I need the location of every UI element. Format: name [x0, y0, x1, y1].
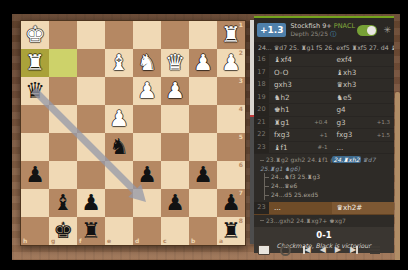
move-eval: +1.5: [377, 132, 394, 138]
black-knight[interactable]: ♞: [105, 133, 133, 161]
current-variation-move[interactable]: 24.♜xh2: [332, 156, 360, 163]
square-f1[interactable]: [77, 21, 105, 49]
square-b3[interactable]: [189, 77, 217, 105]
move-number: 17: [254, 67, 269, 79]
bottom-toolbar: ◀ ◀ ▶ ▶: [254, 242, 394, 258]
white-move[interactable]: O-O: [269, 68, 332, 77]
file-label: e: [107, 238, 111, 244]
rank-label: 5: [239, 134, 243, 140]
engine-name: Stockfish 9+ PNACL: [290, 22, 353, 30]
square-a1[interactable]: ♜1: [217, 21, 245, 49]
white-move[interactable]: ♞h2: [269, 93, 332, 102]
square-f5[interactable]: [77, 133, 105, 161]
square-c7[interactable]: ♟: [161, 189, 189, 217]
black-move[interactable]: ♛xh2#: [332, 202, 395, 214]
square-b1[interactable]: [189, 21, 217, 49]
square-a4[interactable]: 4: [217, 105, 245, 133]
square-e4[interactable]: ♟: [105, 105, 133, 133]
square-e8[interactable]: e: [105, 217, 133, 245]
square-b2[interactable]: ♟: [189, 49, 217, 77]
previous-move-icon[interactable]: ◀: [320, 246, 326, 254]
square-a3[interactable]: 3: [217, 77, 245, 105]
white-move[interactable]: ♜g1+0.4: [269, 118, 332, 127]
white-queen[interactable]: ♛: [161, 49, 189, 77]
black-pawn[interactable]: ♟: [189, 161, 217, 189]
move-row: 21♜g1+0.4g3+1.3: [254, 117, 394, 130]
square-c3[interactable]: ♟: [161, 77, 189, 105]
square-f6[interactable]: [77, 161, 105, 189]
move-number: 16: [254, 54, 269, 66]
square-g6[interactable]: [49, 161, 77, 189]
move-eval: +1: [319, 132, 331, 138]
file-label: c: [163, 238, 167, 244]
engine-badge: PNACL: [334, 22, 355, 30]
white-pawn[interactable]: ♟: [133, 77, 161, 105]
white-move[interactable]: ♝xf4: [269, 55, 332, 64]
square-a8[interactable]: ♜8a: [217, 217, 245, 245]
variation-branch[interactable]: 24...♛e6: [265, 182, 391, 191]
move-eval: #-1: [317, 144, 331, 150]
white-king[interactable]: ♚: [21, 21, 49, 49]
square-a6[interactable]: 6: [217, 161, 245, 189]
square-h7[interactable]: [21, 189, 49, 217]
square-d7[interactable]: [133, 189, 161, 217]
rank-label: 4: [239, 106, 243, 112]
square-e3[interactable]: [105, 77, 133, 105]
move-row: 23...♛xh2#: [254, 202, 394, 215]
first-move-icon[interactable]: ◀: [303, 246, 311, 254]
book-icon[interactable]: [258, 245, 270, 255]
square-e6[interactable]: [105, 161, 133, 189]
file-label: a: [219, 238, 223, 244]
square-e7[interactable]: [105, 189, 133, 217]
square-c8[interactable]: c: [161, 217, 189, 245]
black-pawn[interactable]: ♟: [77, 189, 105, 217]
move-row: 22fxg3+1fxg3+1.5: [254, 129, 394, 142]
scrollbar[interactable]: [395, 92, 400, 260]
move-number: 21: [254, 117, 269, 129]
rank-label: 2: [239, 50, 243, 56]
file-label: d: [135, 238, 139, 244]
move-number: 23: [254, 202, 269, 214]
engine-header: +1.3 Stockfish 9+ PNACL Depth 25/25 ⓘ ✳: [254, 18, 394, 42]
square-b5[interactable]: [189, 133, 217, 161]
square-g7[interactable]: ♝: [49, 189, 77, 217]
square-h2[interactable]: ♜: [21, 49, 49, 77]
rank-label: 7: [239, 190, 243, 196]
black-queen[interactable]: ♛: [21, 77, 49, 105]
variation-block[interactable]: 23...gxh2 24.♜xg7+ ♚xg7: [254, 215, 394, 228]
white-rook[interactable]: ♜: [21, 49, 49, 77]
engine-best-line[interactable]: 24... ♛d7 25. ♜g1 f5 26. exf5 ♜xf5 27. d…: [254, 42, 394, 54]
eval-score: +1.3: [257, 23, 286, 37]
square-g4[interactable]: [49, 105, 77, 133]
variation-branch[interactable]: 24...d5 25.exd5: [265, 191, 391, 200]
white-move[interactable]: fxg3+1: [269, 130, 332, 139]
rank-label: 8: [239, 218, 243, 224]
rank-label: 3: [239, 78, 243, 84]
square-b4[interactable]: [189, 105, 217, 133]
square-c5[interactable]: [161, 133, 189, 161]
white-pawn[interactable]: ♟: [189, 49, 217, 77]
square-f8[interactable]: ♜f: [77, 217, 105, 245]
square-f4[interactable]: [77, 105, 105, 133]
move-number: 20: [254, 104, 269, 116]
square-b8[interactable]: b: [189, 217, 217, 245]
move-row: 17O-O♝xh3: [254, 67, 394, 80]
square-d5[interactable]: [133, 133, 161, 161]
square-g8[interactable]: ♚g: [49, 217, 77, 245]
square-h4[interactable]: [21, 105, 49, 133]
move-row: 19♞h2♞e5: [254, 92, 394, 105]
white-knight[interactable]: ♞: [133, 49, 161, 77]
move-list: 16♝xf4exf417O-O♝xh318gxh3♛xh319♞h2♞e520♚…: [254, 54, 394, 253]
square-a5[interactable]: 5: [217, 133, 245, 161]
square-g3[interactable]: [49, 77, 77, 105]
black-pawn[interactable]: ♟: [21, 161, 49, 189]
move-number: 22: [254, 129, 269, 141]
square-a7[interactable]: ♟7: [217, 189, 245, 217]
file-label: f: [79, 238, 82, 244]
game-result: 0-1: [256, 230, 392, 240]
chess-board[interactable]: ♚♜1♜♝♞♛♟♟2♛♟♟3♟4♞5♟♟♟6♝♟♟♟7h♚g♜fedcb♜8a: [20, 20, 246, 246]
square-e5[interactable]: ♞: [105, 133, 133, 161]
square-a2[interactable]: ♟2: [217, 49, 245, 77]
white-move[interactable]: ...: [269, 203, 332, 212]
square-h1[interactable]: ♚: [21, 21, 49, 49]
move-number: 23: [254, 142, 269, 154]
black-move[interactable]: exf4: [332, 55, 395, 64]
black-move[interactable]: ♝xh3: [332, 68, 395, 77]
next-move-icon[interactable]: ▶: [335, 246, 341, 254]
square-e1[interactable]: [105, 21, 133, 49]
file-label: h: [23, 238, 27, 244]
move-number: 19: [254, 92, 269, 104]
variation-branch[interactable]: 24...♞f3 25.♜g3: [265, 173, 391, 182]
square-d3[interactable]: ♟: [133, 77, 161, 105]
square-c1[interactable]: [161, 21, 189, 49]
white-move[interactable]: ♚h1: [269, 105, 332, 114]
square-d8[interactable]: d: [133, 217, 161, 245]
square-f3[interactable]: [77, 77, 105, 105]
square-h3[interactable]: ♛: [21, 77, 49, 105]
black-bishop[interactable]: ♝: [49, 189, 77, 217]
black-move[interactable]: fxg3+1.5: [332, 130, 395, 139]
variation-block[interactable]: 23.♜g2 gxh2 24.♝f1 (24.♜xh2 ♛d7 25.♜g1 ♞…: [254, 154, 394, 202]
analysis-panel: +1.3 Stockfish 9+ PNACL Depth 25/25 ⓘ ✳ …: [254, 16, 394, 253]
square-b7[interactable]: [189, 189, 217, 217]
black-move[interactable]: g4: [332, 105, 395, 114]
square-f7[interactable]: ♟: [77, 189, 105, 217]
square-c6[interactable]: [161, 161, 189, 189]
black-move[interactable]: ♞e5: [332, 93, 395, 102]
last-move-icon[interactable]: ▶: [350, 246, 358, 254]
engine-depth: Depth 25/25 ⓘ: [290, 30, 353, 38]
black-move[interactable]: ♛xh3: [332, 80, 395, 89]
square-d2[interactable]: ♞: [133, 49, 161, 77]
white-pawn[interactable]: ♟: [161, 77, 189, 105]
square-g1[interactable]: [49, 21, 77, 49]
square-g5[interactable]: [49, 133, 77, 161]
square-h5[interactable]: [21, 133, 49, 161]
square-f2[interactable]: [77, 49, 105, 77]
square-d1[interactable]: [133, 21, 161, 49]
square-g2[interactable]: [49, 49, 77, 77]
move-row: 18gxh3♛xh3: [254, 79, 394, 92]
analysis-page: ♚♜1♜♝♞♛♟♟2♛♟♟3♟4♞5♟♟♟6♝♟♟♟7h♚g♜fedcb♜8a …: [12, 14, 400, 260]
move-row: 20♚h1g4: [254, 104, 394, 117]
settings-gear-icon[interactable]: ✳: [383, 25, 391, 35]
black-move[interactable]: g3+1.3: [332, 118, 395, 127]
square-d4[interactable]: [133, 105, 161, 133]
square-e2[interactable]: ♝: [105, 49, 133, 77]
record-circle-icon[interactable]: [280, 245, 291, 256]
move-eval: +0.4: [314, 119, 331, 125]
black-pawn[interactable]: ♟: [133, 161, 161, 189]
move-eval: +1.3: [377, 119, 394, 125]
square-c2[interactable]: ♛: [161, 49, 189, 77]
square-d6[interactable]: ♟: [133, 161, 161, 189]
rank-label: 1: [239, 22, 243, 28]
black-move[interactable]: ...: [332, 143, 395, 152]
menu-icon[interactable]: [370, 243, 380, 257]
file-label: b: [191, 238, 195, 244]
square-h6[interactable]: ♟: [21, 161, 49, 189]
rank-label: 6: [239, 162, 243, 168]
square-b6[interactable]: ♟: [189, 161, 217, 189]
file-label: g: [51, 238, 55, 244]
white-move[interactable]: gxh3: [269, 80, 332, 89]
white-pawn[interactable]: ♟: [105, 105, 133, 133]
white-move[interactable]: ♝f1#-1: [269, 143, 332, 152]
info-icon[interactable]: ⓘ: [330, 30, 337, 38]
move-number: 18: [254, 79, 269, 91]
square-c4[interactable]: [161, 105, 189, 133]
move-row: 23♝f1#-1...: [254, 142, 394, 155]
move-row: 16♝xf4exf4: [254, 54, 394, 67]
square-h8[interactable]: h: [21, 217, 49, 245]
engine-toggle[interactable]: [357, 25, 377, 36]
black-pawn[interactable]: ♟: [161, 189, 189, 217]
white-bishop[interactable]: ♝: [105, 49, 133, 77]
engine-toggle-knob: [367, 26, 376, 35]
